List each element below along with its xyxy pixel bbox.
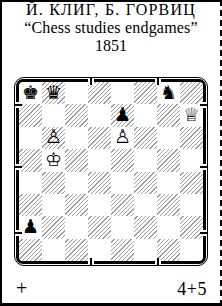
diagram-header: Й. КЛИГ, Б. ГОРВИЦ “Chess studies endgam… bbox=[0, 1, 222, 55]
square-f6 bbox=[134, 127, 157, 149]
square-g5 bbox=[157, 149, 180, 171]
border-tick bbox=[15, 230, 22, 236]
board-grid: ♚♛♞♟♕♙♙♔♟ bbox=[19, 82, 203, 261]
border-tick bbox=[200, 230, 207, 236]
square-g7 bbox=[157, 104, 180, 126]
square-a4 bbox=[19, 172, 42, 194]
square-e7: ♟ bbox=[111, 104, 134, 126]
square-d3 bbox=[88, 194, 111, 216]
square-a8: ♚ bbox=[19, 82, 42, 104]
square-g8: ♞ bbox=[157, 82, 180, 104]
square-a6 bbox=[19, 127, 42, 149]
border-tick bbox=[155, 258, 161, 265]
square-h4 bbox=[180, 172, 203, 194]
square-e2 bbox=[111, 216, 134, 238]
authors: Й. КЛИГ, Б. ГОРВИЦ bbox=[0, 1, 222, 19]
square-c8 bbox=[65, 82, 88, 104]
square-h1 bbox=[180, 239, 203, 261]
square-b8: ♛ bbox=[42, 82, 65, 104]
white-pawn: ♙ bbox=[114, 127, 131, 146]
border-tick bbox=[200, 102, 207, 108]
square-g6 bbox=[157, 127, 180, 149]
black-king: ♚ bbox=[22, 83, 39, 102]
border-tick bbox=[15, 102, 22, 108]
square-f8 bbox=[134, 82, 157, 104]
square-c1 bbox=[65, 239, 88, 261]
black-knight: ♞ bbox=[160, 83, 177, 102]
square-e3 bbox=[111, 194, 134, 216]
year: 1851 bbox=[0, 37, 222, 55]
square-c7 bbox=[65, 104, 88, 126]
square-a5 bbox=[19, 149, 42, 171]
square-g4 bbox=[157, 172, 180, 194]
square-g3 bbox=[157, 194, 180, 216]
square-h3 bbox=[180, 194, 203, 216]
stipulation-symbol: + bbox=[16, 277, 27, 300]
square-f1 bbox=[134, 239, 157, 261]
square-a1 bbox=[19, 239, 42, 261]
border-tick bbox=[155, 78, 161, 85]
square-f7 bbox=[134, 104, 157, 126]
square-e1 bbox=[111, 239, 134, 261]
square-b7 bbox=[42, 104, 65, 126]
white-pawn: ♙ bbox=[45, 127, 62, 146]
square-a2: ♟ bbox=[19, 216, 42, 238]
board-border: ♚♛♞♟♕♙♙♔♟ bbox=[16, 79, 206, 264]
material-count: 4+5 bbox=[177, 279, 207, 300]
square-b3 bbox=[42, 194, 65, 216]
border-tick bbox=[88, 258, 94, 265]
square-b1 bbox=[42, 239, 65, 261]
square-e4 bbox=[111, 172, 134, 194]
square-a3 bbox=[19, 194, 42, 216]
square-c2 bbox=[65, 216, 88, 238]
square-d8 bbox=[88, 82, 111, 104]
square-g2 bbox=[157, 216, 180, 238]
white-queen: ♕ bbox=[183, 105, 200, 124]
square-h6 bbox=[180, 127, 203, 149]
square-e5 bbox=[111, 149, 134, 171]
square-a7 bbox=[19, 104, 42, 126]
square-f2 bbox=[134, 216, 157, 238]
square-d2 bbox=[88, 216, 111, 238]
square-b5: ♔ bbox=[42, 149, 65, 171]
square-c5 bbox=[65, 149, 88, 171]
chess-board: ♚♛♞♟♕♙♙♔♟ bbox=[14, 77, 208, 266]
square-e6: ♙ bbox=[111, 127, 134, 149]
square-d6 bbox=[88, 127, 111, 149]
square-b4 bbox=[42, 172, 65, 194]
black-queen: ♛ bbox=[45, 83, 62, 102]
square-f4 bbox=[134, 172, 157, 194]
square-d7 bbox=[88, 104, 111, 126]
square-d5 bbox=[88, 149, 111, 171]
border-tick bbox=[15, 164, 22, 170]
square-b6: ♙ bbox=[42, 127, 65, 149]
square-c4 bbox=[65, 172, 88, 194]
square-e8 bbox=[111, 82, 134, 104]
square-c3 bbox=[65, 194, 88, 216]
black-pawn: ♟ bbox=[22, 217, 39, 236]
black-pawn: ♟ bbox=[114, 105, 131, 124]
border-tick bbox=[200, 164, 207, 170]
square-d4 bbox=[88, 172, 111, 194]
square-c6 bbox=[65, 127, 88, 149]
border-tick bbox=[88, 78, 94, 85]
square-f5 bbox=[134, 149, 157, 171]
source-title: “Chess studies endgames” bbox=[0, 19, 222, 37]
square-f3 bbox=[134, 194, 157, 216]
white-king: ♔ bbox=[45, 150, 62, 169]
square-b2 bbox=[42, 216, 65, 238]
